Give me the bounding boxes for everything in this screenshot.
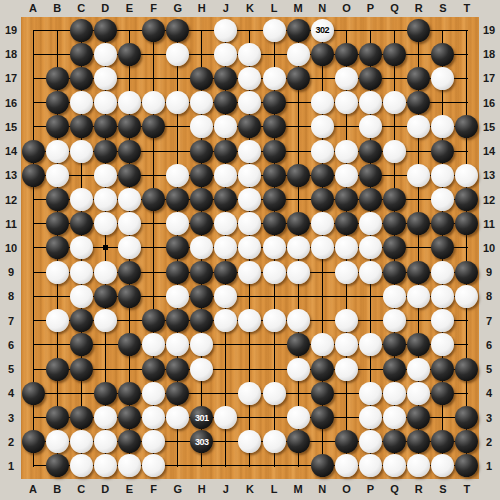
white-stone-S9[interactable] (431, 261, 454, 284)
black-stone-E2[interactable] (118, 430, 141, 453)
white-stone-K16[interactable] (238, 91, 261, 114)
white-stone-P6[interactable] (359, 333, 382, 356)
black-stone-C18[interactable] (70, 43, 93, 66)
black-stone-P17[interactable] (359, 67, 382, 90)
white-stone-H10[interactable] (190, 236, 213, 259)
black-stone-B10[interactable] (46, 236, 69, 259)
coord-right-18: 18 (483, 48, 495, 60)
white-stone-T13[interactable] (455, 164, 478, 187)
coord-left-7: 7 (8, 315, 14, 327)
coord-right-3: 3 (486, 412, 492, 424)
black-stone-C6[interactable] (70, 333, 93, 356)
white-stone-Q16[interactable] (383, 91, 406, 114)
white-stone-C12[interactable] (70, 188, 93, 211)
coord-left-14: 14 (5, 145, 17, 157)
black-stone-N12[interactable] (311, 188, 334, 211)
white-stone-P9[interactable] (359, 261, 382, 284)
black-stone-S18[interactable] (431, 43, 454, 66)
black-stone-S2[interactable] (431, 430, 454, 453)
white-stone-G13[interactable] (166, 164, 189, 187)
coord-top-L: L (271, 2, 278, 14)
white-stone-J3[interactable] (214, 406, 237, 429)
coord-top-E: E (126, 2, 133, 14)
white-stone-P15[interactable] (359, 115, 382, 138)
white-stone-Q3[interactable] (383, 406, 406, 429)
white-stone-K9[interactable] (238, 261, 261, 284)
white-stone-H5[interactable] (190, 358, 213, 381)
black-stone-S14[interactable] (431, 140, 454, 163)
white-stone-N11[interactable] (311, 212, 334, 235)
black-stone-N5[interactable] (311, 358, 334, 381)
black-stone-H11[interactable] (190, 212, 213, 235)
white-stone-D18[interactable] (94, 43, 117, 66)
coord-top-D: D (101, 2, 109, 14)
black-stone-N1[interactable] (311, 454, 334, 477)
black-stone-L12[interactable] (263, 188, 286, 211)
black-stone-R11[interactable] (407, 212, 430, 235)
coord-top-J: J (223, 2, 229, 14)
black-stone-O2[interactable] (335, 430, 358, 453)
black-stone-S4[interactable] (431, 382, 454, 405)
white-stone-O10[interactable] (335, 236, 358, 259)
black-stone-T12[interactable] (455, 188, 478, 211)
black-stone-P14[interactable] (359, 140, 382, 163)
white-stone-D16[interactable] (94, 91, 117, 114)
white-stone-H16[interactable] (190, 91, 213, 114)
black-stone-H13[interactable] (190, 164, 213, 187)
white-stone-J13[interactable] (214, 164, 237, 187)
white-stone-R4[interactable] (407, 382, 430, 405)
white-stone-N10[interactable] (311, 236, 334, 259)
black-stone-N13[interactable] (311, 164, 334, 187)
black-stone-L15[interactable] (263, 115, 286, 138)
white-stone-B14[interactable] (46, 140, 69, 163)
black-stone-D4[interactable] (94, 382, 117, 405)
white-stone-G11[interactable] (166, 212, 189, 235)
white-stone-L17[interactable] (263, 67, 286, 90)
board-overlay: 302301303AABBCCDDEEFFGGHHJJKKLLMMNNOOPPQ… (0, 0, 500, 500)
white-stone-L19[interactable] (263, 19, 286, 42)
black-stone-G5[interactable] (166, 358, 189, 381)
black-stone-D15[interactable] (94, 115, 117, 138)
white-stone-R5[interactable] (407, 358, 430, 381)
white-stone-S12[interactable] (431, 188, 454, 211)
black-stone-F7[interactable] (142, 309, 165, 332)
white-stone-D17[interactable] (94, 67, 117, 90)
white-stone-D11[interactable] (94, 212, 117, 235)
white-stone-P3[interactable] (359, 406, 382, 429)
black-stone-Q11[interactable] (383, 212, 406, 235)
coord-right-4: 4 (486, 387, 492, 399)
black-stone-Q10[interactable] (383, 236, 406, 259)
white-stone-G18[interactable] (166, 43, 189, 66)
black-stone-G7[interactable] (166, 309, 189, 332)
black-stone-B15[interactable] (46, 115, 69, 138)
white-stone-D12[interactable] (94, 188, 117, 211)
black-stone-H12[interactable] (190, 188, 213, 211)
black-stone-L13[interactable] (263, 164, 286, 187)
coord-bottom-N: N (318, 483, 326, 495)
white-stone-D3[interactable] (94, 406, 117, 429)
black-stone-P13[interactable] (359, 164, 382, 187)
black-stone-C19[interactable] (70, 19, 93, 42)
coord-bottom-T: T (464, 483, 471, 495)
white-stone-K14[interactable] (238, 140, 261, 163)
black-stone-F5[interactable] (142, 358, 165, 381)
black-stone-B1[interactable] (46, 454, 69, 477)
coord-left-2: 2 (8, 436, 14, 448)
black-stone-E3[interactable] (118, 406, 141, 429)
white-stone-O1[interactable] (335, 454, 358, 477)
white-stone-E1[interactable] (118, 454, 141, 477)
coord-bottom-D: D (101, 483, 109, 495)
white-stone-C16[interactable] (70, 91, 93, 114)
black-stone-E8[interactable] (118, 285, 141, 308)
white-stone-L7[interactable] (263, 309, 286, 332)
white-stone-K13[interactable] (238, 164, 261, 187)
black-stone-O12[interactable] (335, 188, 358, 211)
black-stone-B16[interactable] (46, 91, 69, 114)
white-stone-N16[interactable] (311, 91, 334, 114)
white-stone-L4[interactable] (263, 382, 286, 405)
black-stone-R6[interactable] (407, 333, 430, 356)
coord-top-A: A (29, 2, 37, 14)
black-stone-G10[interactable] (166, 236, 189, 259)
white-stone-R13[interactable] (407, 164, 430, 187)
white-stone-N6[interactable] (311, 333, 334, 356)
black-stone-J17[interactable] (214, 67, 237, 90)
coord-top-N: N (318, 2, 326, 14)
black-stone-M2[interactable] (287, 430, 310, 453)
coord-left-19: 19 (5, 24, 17, 36)
white-stone-O17[interactable] (335, 67, 358, 90)
white-stone-S6[interactable] (431, 333, 454, 356)
white-stone-K7[interactable] (238, 309, 261, 332)
black-stone-Q18[interactable] (383, 43, 406, 66)
white-stone-M3[interactable] (287, 406, 310, 429)
white-stone-M7[interactable] (287, 309, 310, 332)
coord-left-1: 1 (8, 460, 14, 472)
black-stone-A4[interactable] (22, 382, 45, 405)
coord-left-12: 12 (5, 194, 17, 206)
black-stone-A13[interactable] (22, 164, 45, 187)
black-stone-B12[interactable] (46, 188, 69, 211)
white-stone-K4[interactable] (238, 382, 261, 405)
white-stone-O14[interactable] (335, 140, 358, 163)
coord-top-Q: Q (390, 2, 399, 14)
black-stone-D8[interactable] (94, 285, 117, 308)
black-stone-M6[interactable] (287, 333, 310, 356)
white-stone-L9[interactable] (263, 261, 286, 284)
white-stone-M5[interactable] (287, 358, 310, 381)
white-stone-K11[interactable] (238, 212, 261, 235)
black-stone-L14[interactable] (263, 140, 286, 163)
black-stone-B17[interactable] (46, 67, 69, 90)
coord-left-15: 15 (5, 121, 17, 133)
white-stone-C8[interactable] (70, 285, 93, 308)
white-stone-J7[interactable] (214, 309, 237, 332)
black-stone-T3[interactable] (455, 406, 478, 429)
white-stone-K10[interactable] (238, 236, 261, 259)
coord-right-16: 16 (483, 97, 495, 109)
white-stone-B13[interactable] (46, 164, 69, 187)
white-stone-F6[interactable] (142, 333, 165, 356)
white-stone-O5[interactable] (335, 358, 358, 381)
white-stone-F1[interactable] (142, 454, 165, 477)
white-stone-M18[interactable] (287, 43, 310, 66)
black-stone-T1[interactable] (455, 454, 478, 477)
black-stone-K15[interactable] (238, 115, 261, 138)
black-stone-N4[interactable] (311, 382, 334, 405)
black-stone-E9[interactable] (118, 261, 141, 284)
white-stone-F4[interactable] (142, 382, 165, 405)
black-stone-B3[interactable] (46, 406, 69, 429)
white-stone-R8[interactable] (407, 285, 430, 308)
black-stone-E6[interactable] (118, 333, 141, 356)
white-stone-O7[interactable] (335, 309, 358, 332)
black-stone-S10[interactable] (431, 236, 454, 259)
black-stone-R19[interactable] (407, 19, 430, 42)
black-stone-T2[interactable] (455, 430, 478, 453)
black-stone-E13[interactable] (118, 164, 141, 187)
white-stone-J15[interactable] (214, 115, 237, 138)
white-stone-C2[interactable] (70, 430, 93, 453)
coord-right-7: 7 (486, 315, 492, 327)
black-stone-R3[interactable] (407, 406, 430, 429)
white-stone-D13[interactable] (94, 164, 117, 187)
black-stone-J9[interactable] (214, 261, 237, 284)
white-stone-Q8[interactable] (383, 285, 406, 308)
coord-bottom-S: S (439, 483, 446, 495)
move-number-302: 302 (311, 19, 334, 42)
black-stone-M17[interactable] (287, 67, 310, 90)
black-stone-F12[interactable] (142, 188, 165, 211)
black-stone-G4[interactable] (166, 382, 189, 405)
white-stone-G16[interactable] (166, 91, 189, 114)
coord-left-9: 9 (8, 266, 14, 278)
white-stone-R1[interactable] (407, 454, 430, 477)
white-stone-P16[interactable] (359, 91, 382, 114)
coord-right-15: 15 (483, 121, 495, 133)
coord-right-9: 9 (486, 266, 492, 278)
black-stone-R2[interactable] (407, 430, 430, 453)
white-stone-C10[interactable] (70, 236, 93, 259)
white-stone-R15[interactable] (407, 115, 430, 138)
white-stone-J11[interactable] (214, 212, 237, 235)
black-stone-Q12[interactable] (383, 188, 406, 211)
white-stone-D1[interactable] (94, 454, 117, 477)
black-stone-H7[interactable] (190, 309, 213, 332)
black-stone-T15[interactable] (455, 115, 478, 138)
white-stone-L10[interactable] (263, 236, 286, 259)
black-stone-G9[interactable] (166, 261, 189, 284)
black-stone-Q6[interactable] (383, 333, 406, 356)
white-stone-B9[interactable] (46, 261, 69, 284)
white-stone-F3[interactable] (142, 406, 165, 429)
black-stone-A14[interactable] (22, 140, 45, 163)
white-stone-S13[interactable] (431, 164, 454, 187)
coord-left-10: 10 (5, 242, 17, 254)
black-stone-H8[interactable] (190, 285, 213, 308)
black-stone-J14[interactable] (214, 140, 237, 163)
coord-right-5: 5 (486, 363, 492, 375)
black-stone-G12[interactable] (166, 188, 189, 211)
white-stone-Q7[interactable] (383, 309, 406, 332)
black-stone-N3[interactable] (311, 406, 334, 429)
black-stone-R17[interactable] (407, 67, 430, 90)
black-stone-C17[interactable] (70, 67, 93, 90)
white-stone-L2[interactable] (263, 430, 286, 453)
white-stone-G3[interactable] (166, 406, 189, 429)
coord-bottom-A: A (29, 483, 37, 495)
black-stone-D19[interactable] (94, 19, 117, 42)
black-stone-E18[interactable] (118, 43, 141, 66)
black-stone-S5[interactable] (431, 358, 454, 381)
black-stone-C3[interactable] (70, 406, 93, 429)
black-stone-O18[interactable] (335, 43, 358, 66)
black-stone-H17[interactable] (190, 67, 213, 90)
black-stone-S11[interactable] (431, 212, 454, 235)
black-stone-B11[interactable] (46, 212, 69, 235)
white-stone-H6[interactable] (190, 333, 213, 356)
white-stone-S17[interactable] (431, 67, 454, 90)
white-stone-J10[interactable] (214, 236, 237, 259)
white-stone-C1[interactable] (70, 454, 93, 477)
black-stone-E4[interactable] (118, 382, 141, 405)
white-stone-J18[interactable] (214, 43, 237, 66)
black-stone-P18[interactable] (359, 43, 382, 66)
black-stone-Q5[interactable] (383, 358, 406, 381)
black-stone-G19[interactable] (166, 19, 189, 42)
black-stone-T11[interactable] (455, 212, 478, 235)
black-stone-N18[interactable] (311, 43, 334, 66)
black-stone-J12[interactable] (214, 188, 237, 211)
white-stone-T8[interactable] (455, 285, 478, 308)
coord-left-13: 13 (5, 169, 17, 181)
white-stone-S15[interactable] (431, 115, 454, 138)
black-stone-M11[interactable] (287, 212, 310, 235)
black-stone-O11[interactable] (335, 212, 358, 235)
white-stone-D9[interactable] (94, 261, 117, 284)
white-stone-C9[interactable] (70, 261, 93, 284)
white-stone-P11[interactable] (359, 212, 382, 235)
black-stone-C11[interactable] (70, 212, 93, 235)
coord-right-13: 13 (483, 169, 495, 181)
black-stone-F15[interactable] (142, 115, 165, 138)
coord-right-19: 19 (483, 24, 495, 36)
black-stone-D14[interactable] (94, 140, 117, 163)
black-stone-R16[interactable] (407, 91, 430, 114)
black-stone-R9[interactable] (407, 261, 430, 284)
white-stone-D2[interactable] (94, 430, 117, 453)
black-stone-E15[interactable] (118, 115, 141, 138)
black-stone-Q2[interactable] (383, 430, 406, 453)
white-stone-Q1[interactable] (383, 454, 406, 477)
coord-right-1: 1 (486, 460, 492, 472)
coord-left-11: 11 (5, 218, 17, 230)
white-stone-H15[interactable] (190, 115, 213, 138)
coord-left-18: 18 (5, 48, 17, 60)
white-stone-E16[interactable] (118, 91, 141, 114)
white-stone-G6[interactable] (166, 333, 189, 356)
black-stone-L11[interactable] (263, 212, 286, 235)
white-stone-O16[interactable] (335, 91, 358, 114)
white-stone-P2[interactable] (359, 430, 382, 453)
white-stone-E12[interactable] (118, 188, 141, 211)
black-stone-B5[interactable] (46, 358, 69, 381)
white-stone-N15[interactable] (311, 115, 334, 138)
white-stone-O13[interactable] (335, 164, 358, 187)
white-stone-B7[interactable] (46, 309, 69, 332)
coord-bottom-J: J (223, 483, 229, 495)
white-stone-B2[interactable] (46, 430, 69, 453)
white-stone-K12[interactable] (238, 188, 261, 211)
coord-right-10: 10 (483, 242, 495, 254)
white-stone-C14[interactable] (70, 140, 93, 163)
white-stone-F16[interactable] (142, 91, 165, 114)
black-stone-C5[interactable] (70, 358, 93, 381)
black-stone-H9[interactable] (190, 261, 213, 284)
white-stone-K2[interactable] (238, 430, 261, 453)
white-stone-E10[interactable] (118, 236, 141, 259)
white-stone-Q4[interactable] (383, 382, 406, 405)
black-stone-T9[interactable] (455, 261, 478, 284)
black-stone-A2[interactable] (22, 430, 45, 453)
black-stone-E14[interactable] (118, 140, 141, 163)
coord-bottom-G: G (173, 483, 182, 495)
black-stone-M19[interactable] (287, 19, 310, 42)
white-stone-P1[interactable] (359, 454, 382, 477)
black-stone-H14[interactable] (190, 140, 213, 163)
white-stone-F2[interactable] (142, 430, 165, 453)
black-stone-C15[interactable] (70, 115, 93, 138)
coord-bottom-B: B (53, 483, 61, 495)
black-stone-J16[interactable] (214, 91, 237, 114)
black-stone-C7[interactable] (70, 309, 93, 332)
coord-top-H: H (198, 2, 206, 14)
coord-bottom-H: H (198, 483, 206, 495)
white-stone-M9[interactable] (287, 261, 310, 284)
white-stone-P4[interactable] (359, 382, 382, 405)
white-stone-S1[interactable] (431, 454, 454, 477)
white-stone-N14[interactable] (311, 140, 334, 163)
white-stone-J19[interactable] (214, 19, 237, 42)
black-stone-P12[interactable] (359, 188, 382, 211)
white-stone-D7[interactable] (94, 309, 117, 332)
white-stone-J8[interactable] (214, 285, 237, 308)
white-stone-K18[interactable] (238, 43, 261, 66)
white-stone-G8[interactable] (166, 285, 189, 308)
black-stone-F19[interactable] (142, 19, 165, 42)
white-stone-M10[interactable] (287, 236, 310, 259)
white-stone-O6[interactable] (335, 333, 358, 356)
coord-right-11: 11 (483, 218, 495, 230)
white-stone-K17[interactable] (238, 67, 261, 90)
white-stone-Q14[interactable] (383, 140, 406, 163)
white-stone-P10[interactable] (359, 236, 382, 259)
coord-top-P: P (367, 2, 374, 14)
white-stone-O9[interactable] (335, 261, 358, 284)
black-stone-Q9[interactable] (383, 261, 406, 284)
white-stone-E11[interactable] (118, 212, 141, 235)
grid-vline (466, 30, 467, 467)
black-stone-T5[interactable] (455, 358, 478, 381)
black-stone-M13[interactable] (287, 164, 310, 187)
coord-bottom-L: L (271, 483, 278, 495)
white-stone-S7[interactable] (431, 309, 454, 332)
white-stone-S8[interactable] (431, 285, 454, 308)
black-stone-L16[interactable] (263, 91, 286, 114)
